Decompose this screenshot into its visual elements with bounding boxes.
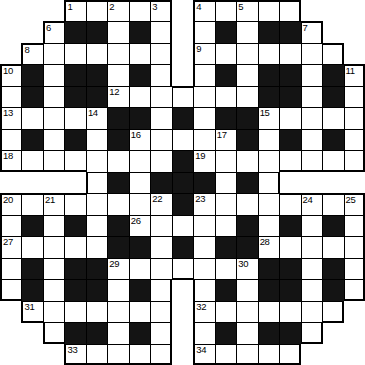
cell-2-3[interactable] bbox=[64, 43, 86, 65]
cell-14-14[interactable] bbox=[301, 301, 323, 323]
cell-6-7[interactable] bbox=[150, 129, 172, 151]
cell-2-4[interactable] bbox=[86, 43, 108, 65]
cell-11-2[interactable] bbox=[43, 236, 65, 258]
black-cell-6-3 bbox=[64, 129, 86, 151]
clue-number-4: 4 bbox=[196, 2, 201, 12]
cell-4-5[interactable]: 12 bbox=[107, 86, 129, 108]
cell-11-15[interactable] bbox=[322, 236, 344, 258]
cell-9-1[interactable] bbox=[21, 193, 43, 215]
cell-7-6[interactable] bbox=[129, 150, 151, 172]
black-cell-13-12 bbox=[258, 279, 280, 301]
cell-12-0[interactable] bbox=[0, 258, 22, 280]
black-cell-13-3 bbox=[64, 279, 86, 301]
black-cell-1-4 bbox=[86, 21, 108, 43]
black-cell-4-4 bbox=[86, 86, 108, 108]
black-cell-15-13 bbox=[279, 322, 301, 344]
clue-number-28: 28 bbox=[260, 237, 270, 247]
cell-10-10[interactable] bbox=[215, 215, 237, 237]
cell-8-4[interactable] bbox=[86, 172, 108, 194]
cell-16-13[interactable] bbox=[279, 344, 301, 365]
cell-0-9[interactable]: 4 bbox=[193, 0, 215, 22]
cell-6-6[interactable]: 16 bbox=[129, 129, 151, 151]
black-cell-1-13 bbox=[279, 21, 301, 43]
black-cell-8-9 bbox=[193, 172, 215, 194]
black-cell-5-11 bbox=[236, 107, 258, 129]
cell-8-6[interactable] bbox=[129, 172, 151, 194]
cell-9-5[interactable] bbox=[107, 193, 129, 215]
clue-number-2: 2 bbox=[109, 2, 114, 12]
cell-7-15[interactable] bbox=[322, 150, 344, 172]
cell-9-12[interactable] bbox=[258, 193, 280, 215]
black-cell-15-6 bbox=[129, 322, 151, 344]
cell-10-8[interactable] bbox=[172, 215, 194, 237]
cell-2-9[interactable]: 9 bbox=[193, 43, 215, 65]
black-cell-12-4 bbox=[86, 258, 108, 280]
cell-10-6[interactable]: 26 bbox=[129, 215, 151, 237]
black-cell-13-10 bbox=[215, 279, 237, 301]
cell-1-7[interactable] bbox=[150, 21, 172, 43]
cell-13-9[interactable] bbox=[193, 279, 215, 301]
black-cell-13-6 bbox=[129, 279, 151, 301]
black-cell-6-1 bbox=[21, 129, 43, 151]
cell-0-6[interactable] bbox=[129, 0, 151, 22]
cell-13-11[interactable] bbox=[236, 279, 258, 301]
cell-11-16[interactable] bbox=[344, 236, 365, 258]
clue-number-22: 22 bbox=[152, 194, 162, 204]
clue-number-21: 21 bbox=[45, 195, 55, 205]
cell-5-1[interactable] bbox=[21, 107, 43, 129]
cell-7-7[interactable] bbox=[150, 150, 172, 172]
cell-6-14[interactable] bbox=[301, 129, 323, 151]
cell-5-12[interactable]: 15 bbox=[258, 107, 280, 129]
cell-0-7[interactable]: 3 bbox=[150, 0, 172, 22]
black-cell-3-13 bbox=[279, 64, 301, 86]
clue-number-27: 27 bbox=[3, 237, 13, 247]
cell-7-9[interactable]: 19 bbox=[193, 150, 215, 172]
cell-7-16[interactable] bbox=[344, 150, 365, 172]
black-cell-5-6 bbox=[129, 107, 151, 129]
cell-11-4[interactable] bbox=[86, 236, 108, 258]
cell-7-3[interactable] bbox=[64, 150, 86, 172]
cell-3-7[interactable] bbox=[150, 64, 172, 86]
cell-12-5[interactable]: 29 bbox=[107, 258, 129, 280]
cell-6-2[interactable] bbox=[43, 129, 65, 151]
cell-5-4[interactable]: 14 bbox=[86, 107, 108, 129]
clue-number-15: 15 bbox=[260, 108, 270, 118]
cell-7-1[interactable] bbox=[21, 150, 43, 172]
black-cell-4-12 bbox=[258, 86, 280, 108]
cell-0-3[interactable]: 1 bbox=[64, 0, 86, 22]
cell-7-5[interactable] bbox=[107, 150, 129, 172]
cell-15-9[interactable] bbox=[193, 322, 215, 344]
cell-14-6[interactable] bbox=[129, 301, 151, 323]
cell-3-14[interactable] bbox=[301, 64, 323, 86]
cell-12-11[interactable]: 30 bbox=[236, 258, 258, 280]
cell-2-2[interactable] bbox=[43, 43, 65, 65]
black-cell-10-13 bbox=[279, 215, 301, 237]
black-cell-13-1 bbox=[21, 279, 43, 301]
cell-9-9[interactable]: 23 bbox=[193, 193, 215, 215]
cell-2-14[interactable] bbox=[301, 43, 323, 65]
cell-0-10[interactable] bbox=[215, 0, 237, 22]
cell-16-12[interactable] bbox=[258, 344, 280, 365]
cell-12-7[interactable] bbox=[150, 258, 172, 280]
clue-number-14: 14 bbox=[88, 108, 98, 118]
black-cell-1-6 bbox=[129, 21, 151, 43]
cell-15-2[interactable] bbox=[43, 322, 65, 344]
clue-number-6: 6 bbox=[46, 23, 51, 33]
cell-14-5[interactable] bbox=[107, 301, 129, 323]
cell-5-7[interactable] bbox=[150, 107, 172, 129]
crossword-board: 1234567891011121314151617181920212223242… bbox=[0, 0, 365, 365]
cell-3-11[interactable] bbox=[236, 64, 258, 86]
cell-14-2[interactable] bbox=[43, 301, 65, 323]
cell-11-1[interactable] bbox=[21, 236, 43, 258]
cell-5-9[interactable] bbox=[193, 107, 215, 129]
clue-number-11: 11 bbox=[346, 66, 355, 76]
cell-6-16[interactable] bbox=[344, 129, 365, 151]
cell-9-11[interactable] bbox=[236, 193, 258, 215]
black-cell-10-5 bbox=[107, 215, 129, 237]
cell-2-5[interactable] bbox=[107, 43, 129, 65]
cell-16-11[interactable] bbox=[236, 344, 258, 365]
clue-number-32: 32 bbox=[196, 302, 206, 312]
cell-5-15[interactable] bbox=[322, 107, 344, 129]
cell-7-0[interactable]: 18 bbox=[0, 150, 22, 172]
cell-16-4[interactable] bbox=[86, 344, 108, 365]
cell-9-2[interactable]: 21 bbox=[43, 193, 65, 215]
cell-15-11[interactable] bbox=[236, 322, 258, 344]
cell-11-0[interactable]: 27 bbox=[0, 236, 22, 258]
clue-number-29: 29 bbox=[109, 259, 119, 269]
cell-13-14[interactable] bbox=[301, 279, 323, 301]
black-cell-12-1 bbox=[21, 258, 43, 280]
cell-15-5[interactable] bbox=[107, 322, 129, 344]
black-cell-15-4 bbox=[86, 322, 108, 344]
black-cell-15-3 bbox=[64, 322, 86, 344]
cell-11-7[interactable] bbox=[150, 236, 172, 258]
black-cell-13-4 bbox=[86, 279, 108, 301]
clue-number-12: 12 bbox=[109, 87, 119, 97]
cell-14-13[interactable] bbox=[279, 301, 301, 323]
clue-number-7: 7 bbox=[303, 23, 308, 33]
black-cell-15-12 bbox=[258, 322, 280, 344]
cell-10-4[interactable] bbox=[86, 215, 108, 237]
cell-9-4[interactable] bbox=[86, 193, 108, 215]
black-cell-4-3 bbox=[64, 86, 86, 108]
clue-number-20: 20 bbox=[3, 195, 13, 205]
cell-0-4[interactable] bbox=[86, 0, 108, 22]
cell-5-2[interactable] bbox=[43, 107, 65, 129]
cell-2-6[interactable] bbox=[129, 43, 151, 65]
cell-16-5[interactable] bbox=[107, 344, 129, 365]
cell-14-1[interactable]: 31 bbox=[21, 301, 43, 323]
black-cell-4-13 bbox=[279, 86, 301, 108]
cell-14-4[interactable] bbox=[86, 301, 108, 323]
cell-5-0[interactable]: 13 bbox=[0, 107, 22, 129]
cell-5-16[interactable] bbox=[344, 107, 365, 129]
cell-7-11[interactable] bbox=[236, 150, 258, 172]
clue-number-8: 8 bbox=[24, 45, 29, 55]
cell-11-14[interactable] bbox=[301, 236, 323, 258]
black-cell-12-13 bbox=[279, 258, 301, 280]
cell-4-14[interactable] bbox=[301, 86, 323, 108]
black-cell-6-5 bbox=[107, 129, 129, 151]
cell-5-14[interactable] bbox=[301, 107, 323, 129]
cell-13-7[interactable] bbox=[150, 279, 172, 301]
clue-number-17: 17 bbox=[217, 130, 227, 140]
cell-10-12[interactable] bbox=[258, 215, 280, 237]
cell-0-12[interactable] bbox=[258, 0, 280, 22]
cell-11-3[interactable] bbox=[64, 236, 86, 258]
cell-9-3[interactable] bbox=[64, 193, 86, 215]
cell-3-2[interactable] bbox=[43, 64, 65, 86]
cell-0-5[interactable]: 2 bbox=[107, 0, 129, 22]
cell-1-9[interactable] bbox=[193, 21, 215, 43]
cell-6-12[interactable] bbox=[258, 129, 280, 151]
clue-number-10: 10 bbox=[3, 66, 13, 76]
cell-16-6[interactable] bbox=[129, 344, 151, 365]
cell-9-15[interactable] bbox=[322, 193, 344, 215]
cell-7-14[interactable] bbox=[301, 150, 323, 172]
cell-2-10[interactable] bbox=[215, 43, 237, 65]
cell-12-14[interactable] bbox=[301, 258, 323, 280]
black-cell-11-8 bbox=[172, 236, 194, 258]
black-cell-6-13 bbox=[279, 129, 301, 151]
cell-10-0[interactable] bbox=[0, 215, 22, 237]
cell-2-15[interactable] bbox=[322, 43, 344, 65]
cell-6-10[interactable]: 17 bbox=[215, 129, 237, 151]
cell-7-2[interactable] bbox=[43, 150, 65, 172]
cell-11-13[interactable] bbox=[279, 236, 301, 258]
cell-9-16[interactable]: 25 bbox=[344, 193, 365, 215]
cell-7-4[interactable] bbox=[86, 150, 108, 172]
black-cell-10-3 bbox=[64, 215, 86, 237]
black-cell-10-15 bbox=[322, 215, 344, 237]
cell-9-0[interactable]: 20 bbox=[0, 193, 22, 215]
cell-9-7[interactable]: 22 bbox=[150, 193, 172, 215]
cell-6-8[interactable] bbox=[172, 129, 194, 151]
cell-6-9[interactable] bbox=[193, 129, 215, 151]
clue-number-26: 26 bbox=[131, 216, 141, 226]
cell-10-2[interactable] bbox=[43, 215, 65, 237]
cell-4-10[interactable] bbox=[215, 86, 237, 108]
cell-14-12[interactable] bbox=[258, 301, 280, 323]
black-cell-5-5 bbox=[107, 107, 129, 129]
cell-15-7[interactable] bbox=[150, 322, 172, 344]
cell-4-6[interactable] bbox=[129, 86, 151, 108]
black-cell-3-15 bbox=[322, 64, 344, 86]
cell-13-5[interactable] bbox=[107, 279, 129, 301]
clue-number-3: 3 bbox=[152, 2, 157, 12]
clue-number-9: 9 bbox=[196, 44, 201, 54]
cell-4-0[interactable] bbox=[0, 86, 22, 108]
cell-16-7[interactable] bbox=[150, 344, 172, 365]
cell-8-10[interactable] bbox=[215, 172, 237, 194]
black-cell-13-15 bbox=[322, 279, 344, 301]
cell-16-10[interactable] bbox=[215, 344, 237, 365]
cell-7-12[interactable] bbox=[258, 150, 280, 172]
cell-3-9[interactable] bbox=[193, 64, 215, 86]
cell-3-0[interactable]: 10 bbox=[0, 64, 22, 86]
cell-1-5[interactable] bbox=[107, 21, 129, 43]
cell-12-10[interactable] bbox=[215, 258, 237, 280]
clue-number-1: 1 bbox=[67, 2, 72, 12]
cell-16-3[interactable]: 33 bbox=[64, 344, 86, 365]
cell-2-11[interactable] bbox=[236, 43, 258, 65]
clue-number-18: 18 bbox=[3, 151, 13, 161]
cell-5-3[interactable] bbox=[64, 107, 86, 129]
black-cell-7-8 bbox=[172, 150, 194, 172]
black-cell-15-10 bbox=[215, 322, 237, 344]
cell-9-14[interactable]: 24 bbox=[301, 193, 323, 215]
cell-14-3[interactable] bbox=[64, 301, 86, 323]
black-cell-5-10 bbox=[215, 107, 237, 129]
cell-13-16[interactable] bbox=[344, 279, 365, 301]
black-cell-6-15 bbox=[322, 129, 344, 151]
black-cell-1-10 bbox=[215, 21, 237, 43]
cell-12-6[interactable] bbox=[129, 258, 151, 280]
cell-7-13[interactable] bbox=[279, 150, 301, 172]
cell-3-5[interactable] bbox=[107, 64, 129, 86]
black-cell-11-6 bbox=[129, 236, 151, 258]
black-cell-4-1 bbox=[21, 86, 43, 108]
black-cell-1-12 bbox=[258, 21, 280, 43]
cell-4-16[interactable] bbox=[344, 86, 365, 108]
black-cell-3-10 bbox=[215, 64, 237, 86]
cell-15-14[interactable] bbox=[301, 322, 323, 344]
black-cell-3-1 bbox=[21, 64, 43, 86]
clue-number-23: 23 bbox=[195, 194, 205, 204]
black-cell-12-12 bbox=[258, 258, 280, 280]
black-cell-10-1 bbox=[21, 215, 43, 237]
cell-0-11[interactable]: 5 bbox=[236, 0, 258, 22]
cell-1-11[interactable] bbox=[236, 21, 258, 43]
cell-4-2[interactable] bbox=[43, 86, 65, 108]
cell-2-12[interactable] bbox=[258, 43, 280, 65]
cell-10-7[interactable] bbox=[150, 215, 172, 237]
clue-number-25: 25 bbox=[346, 195, 356, 205]
cell-6-4[interactable] bbox=[86, 129, 108, 151]
black-cell-11-11 bbox=[236, 236, 258, 258]
cell-4-11[interactable] bbox=[236, 86, 258, 108]
black-cell-11-5 bbox=[107, 236, 129, 258]
cell-4-9[interactable] bbox=[193, 86, 215, 108]
black-cell-8-8 bbox=[172, 172, 194, 194]
cell-4-8[interactable] bbox=[172, 86, 194, 108]
cell-1-2[interactable]: 6 bbox=[43, 21, 65, 43]
black-cell-12-15 bbox=[322, 258, 344, 280]
cell-14-11[interactable] bbox=[236, 301, 258, 323]
clue-number-24: 24 bbox=[303, 195, 313, 205]
cell-2-1[interactable]: 8 bbox=[21, 43, 43, 65]
clue-number-30: 30 bbox=[238, 259, 248, 269]
cell-16-9[interactable]: 34 bbox=[193, 344, 215, 365]
black-cell-4-15 bbox=[322, 86, 344, 108]
black-cell-8-5 bbox=[107, 172, 129, 194]
cell-12-9[interactable] bbox=[193, 258, 215, 280]
black-cell-13-13 bbox=[279, 279, 301, 301]
cell-2-13[interactable] bbox=[279, 43, 301, 65]
cell-10-14[interactable] bbox=[301, 215, 323, 237]
clue-number-34: 34 bbox=[196, 345, 206, 355]
cell-5-13[interactable] bbox=[279, 107, 301, 129]
black-cell-6-11 bbox=[236, 129, 258, 151]
cell-11-9[interactable] bbox=[193, 236, 215, 258]
black-cell-10-11 bbox=[236, 215, 258, 237]
clue-number-31: 31 bbox=[24, 302, 34, 312]
cell-11-12[interactable]: 28 bbox=[258, 236, 280, 258]
black-cell-5-8 bbox=[172, 107, 194, 129]
cell-9-6[interactable] bbox=[129, 193, 151, 215]
black-cell-9-8 bbox=[172, 193, 194, 215]
cell-10-16[interactable] bbox=[344, 215, 365, 237]
cell-0-13[interactable] bbox=[279, 0, 301, 22]
clue-number-19: 19 bbox=[195, 151, 205, 161]
black-cell-3-3 bbox=[64, 64, 86, 86]
cell-9-10[interactable] bbox=[215, 193, 237, 215]
black-cell-3-12 bbox=[258, 64, 280, 86]
black-cell-12-3 bbox=[64, 258, 86, 280]
cell-13-2[interactable] bbox=[43, 279, 65, 301]
cell-2-7[interactable] bbox=[150, 43, 172, 65]
cell-6-0[interactable] bbox=[0, 129, 22, 151]
cell-14-9[interactable]: 32 bbox=[193, 301, 215, 323]
cell-12-2[interactable] bbox=[43, 258, 65, 280]
black-cell-8-11 bbox=[236, 172, 258, 194]
black-cell-11-10 bbox=[215, 236, 237, 258]
cell-9-13[interactable] bbox=[279, 193, 301, 215]
cell-14-7[interactable] bbox=[150, 301, 172, 323]
clue-number-16: 16 bbox=[131, 130, 141, 140]
cell-8-12[interactable] bbox=[258, 172, 280, 194]
cell-13-0[interactable] bbox=[0, 279, 22, 301]
clue-number-5: 5 bbox=[238, 2, 243, 12]
cell-7-10[interactable] bbox=[215, 150, 237, 172]
cell-4-7[interactable] bbox=[150, 86, 172, 108]
cell-1-14[interactable]: 7 bbox=[301, 21, 323, 43]
black-cell-1-3 bbox=[64, 21, 86, 43]
black-cell-3-4 bbox=[86, 64, 108, 86]
cell-12-16[interactable] bbox=[344, 258, 365, 280]
clue-number-13: 13 bbox=[3, 108, 13, 118]
cell-12-8[interactable] bbox=[172, 258, 194, 280]
cell-14-15[interactable] bbox=[322, 301, 344, 323]
clue-number-33: 33 bbox=[67, 345, 77, 355]
cell-14-10[interactable] bbox=[215, 301, 237, 323]
cell-3-16[interactable]: 11 bbox=[344, 64, 365, 86]
black-cell-8-7 bbox=[150, 172, 172, 194]
black-cell-3-6 bbox=[129, 64, 151, 86]
cell-10-9[interactable] bbox=[193, 215, 215, 237]
